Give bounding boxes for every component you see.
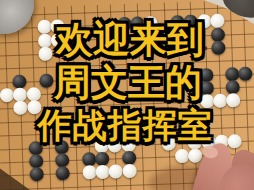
black-stone (122, 151, 136, 165)
white-stone (188, 148, 202, 162)
white-stone (228, 134, 242, 148)
white-stone (38, 47, 52, 61)
white-stone (122, 164, 136, 178)
black-stone (55, 153, 69, 167)
white-stone (13, 101, 27, 115)
caption-line-3: 作战指挥室 (38, 108, 213, 142)
black-stone (95, 152, 109, 166)
black-stone (82, 152, 96, 166)
white-stone (175, 149, 189, 163)
caption-line-2: 周文王的 (54, 64, 202, 101)
black-stone (211, 41, 225, 55)
black-stone (29, 154, 43, 168)
black-stone (29, 167, 43, 181)
black-stone (238, 66, 252, 80)
black-stone (13, 74, 27, 88)
white-stone (13, 88, 27, 102)
white-stone (213, 94, 227, 108)
white-stone (96, 165, 110, 179)
black-stone (56, 166, 70, 180)
black-stone (225, 67, 239, 81)
white-stone (109, 164, 123, 178)
white-stone (0, 88, 14, 102)
caption-line-1: 欢迎来到 (56, 21, 204, 58)
white-stone (37, 20, 51, 34)
white-stone (82, 165, 96, 179)
white-stone (38, 33, 52, 47)
black-stone (226, 80, 240, 94)
white-stone (210, 14, 224, 28)
black-stone (39, 73, 53, 87)
white-stone (226, 93, 240, 107)
white-stone (26, 87, 40, 101)
black-stone (211, 27, 225, 41)
video-frame: 欢迎来到 周文王的 作战指挥室 (0, 0, 254, 190)
